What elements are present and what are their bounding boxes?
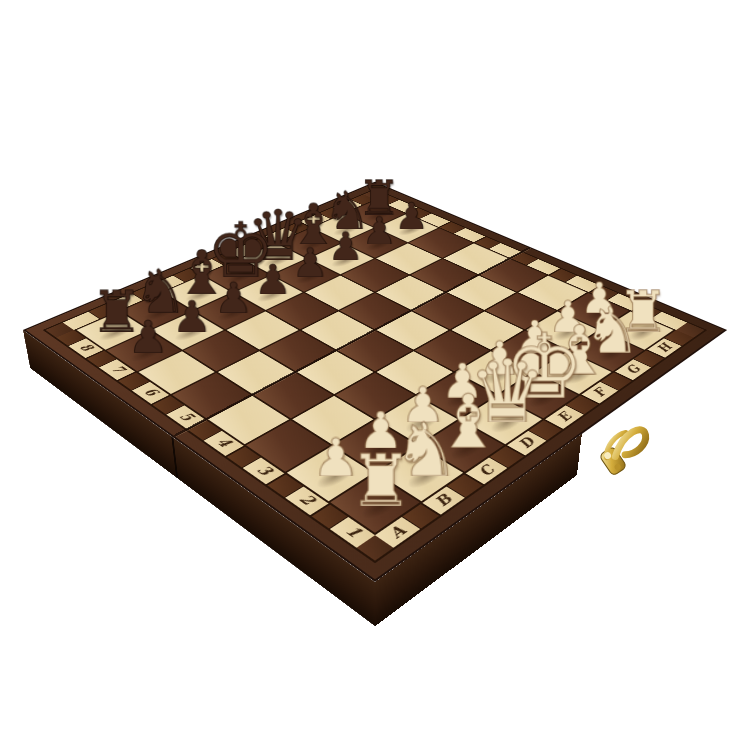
rank-label: 1 bbox=[341, 524, 364, 540]
black-pawn-glyph: ♟ bbox=[291, 245, 328, 282]
brass-latch-icon[interactable] bbox=[592, 420, 672, 490]
chess-board: ABCDEFGH 12345678 ♜♞♝♚♛♝♞♜♟♟♟♟♟♟♟♟♟♟♟♟♟♟… bbox=[23, 182, 727, 582]
file-label: A bbox=[386, 524, 410, 540]
rank-label: 6 bbox=[140, 387, 160, 398]
rank-label: 8 bbox=[76, 343, 95, 353]
board-top-face: ABCDEFGH 12345678 ♜♞♝♚♛♝♞♜♟♟♟♟♟♟♟♟♟♟♟♟♟♟… bbox=[23, 182, 727, 582]
file-label: G bbox=[623, 364, 644, 376]
product-photo-stage: ABCDEFGH 12345678 ♜♞♝♚♛♝♞♜♟♟♟♟♟♟♟♟♟♟♟♟♟♟… bbox=[0, 0, 750, 750]
black-pawn-glyph: ♟ bbox=[361, 214, 396, 249]
black-pawn-glyph: ♟ bbox=[327, 229, 363, 265]
black-pawn-glyph: ♟ bbox=[127, 317, 168, 358]
black-pawn-glyph: ♟ bbox=[253, 261, 290, 299]
rank-label: 3 bbox=[253, 464, 275, 478]
playing-grid: ♜♞♝♚♛♝♞♜♟♟♟♟♟♟♟♟♟♟♟♟♟♟♟♟♜♞♝♛♚♝♞♜ bbox=[77, 200, 674, 532]
rank-label: 5 bbox=[175, 411, 196, 423]
black-pawn-glyph: ♟ bbox=[214, 279, 253, 318]
black-pawn-glyph: ♟ bbox=[172, 297, 212, 337]
white-rook-glyph: ♜ bbox=[348, 449, 413, 514]
rank-label: 2 bbox=[295, 493, 317, 508]
file-label: B bbox=[431, 493, 455, 509]
black-pawn-glyph: ♟ bbox=[394, 200, 428, 234]
file-label: F bbox=[590, 387, 610, 398]
fold-seam-side bbox=[171, 436, 178, 479]
